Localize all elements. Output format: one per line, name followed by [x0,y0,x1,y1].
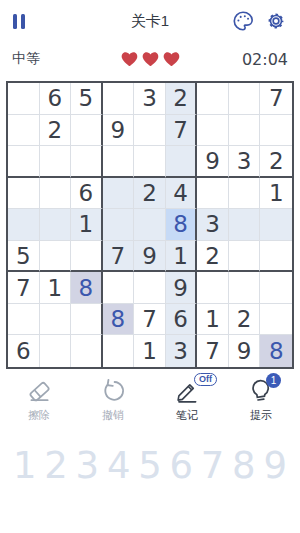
cell-r6c4[interactable]: 7 [103,241,135,273]
cell-r4c3[interactable]: 6 [71,178,103,210]
cell-r3c9[interactable]: 2 [260,146,292,178]
cell-r1c7[interactable] [197,83,229,115]
cell-r7c5[interactable] [134,272,166,304]
cell-r7c1[interactable]: 7 [8,272,40,304]
cell-r6c8[interactable] [229,241,261,273]
cell-r4c2[interactable] [40,178,72,210]
cell-r5c6[interactable]: 8 [166,209,198,241]
cell-r5c9[interactable] [260,209,292,241]
cell-r7c2[interactable]: 1 [40,272,72,304]
cell-r1c4[interactable] [103,83,135,115]
numpad-8[interactable]: 8 [232,447,256,484]
heart-icon [142,51,159,67]
eraser-icon [26,378,52,404]
cell-r2c7[interactable] [197,115,229,147]
cell-r9c9[interactable]: 8 [260,335,292,367]
undo-icon [100,378,126,404]
cell-r1c5[interactable]: 3 [134,83,166,115]
cell-r4c6[interactable]: 4 [166,178,198,210]
erase-label: 擦除 [28,408,50,423]
cell-r4c8[interactable] [229,178,261,210]
cell-r2c2[interactable]: 2 [40,115,72,147]
pause-button[interactable] [13,14,25,29]
notes-label: 笔记 [176,408,198,423]
undo-button[interactable]: 撤销 [100,378,126,423]
cell-r5c1[interactable] [8,209,40,241]
numpad-6[interactable]: 6 [169,447,193,484]
cell-r4c7[interactable] [197,178,229,210]
cell-r5c8[interactable] [229,209,261,241]
cell-r1c1[interactable] [8,83,40,115]
cell-r1c6[interactable]: 2 [166,83,198,115]
sudoku-board: 65327297932624118357912718987612613798 [6,81,294,369]
cell-r4c5[interactable]: 2 [134,178,166,210]
cell-r4c9[interactable]: 1 [260,178,292,210]
cell-r9c5[interactable]: 1 [134,335,166,367]
numpad-4[interactable]: 4 [107,447,131,484]
undo-label: 撤销 [102,408,124,423]
cell-r8c3[interactable] [71,304,103,336]
cell-r9c4[interactable] [103,335,135,367]
toolbar: 擦除 撤销 Off 笔记 1 提示 [0,378,300,423]
notes-button[interactable]: Off 笔记 [174,378,200,423]
cell-r7c8[interactable] [229,272,261,304]
cell-r1c8[interactable] [229,83,261,115]
settings-gear-icon[interactable] [265,10,287,32]
cell-r9c1[interactable]: 6 [8,335,40,367]
notes-off-badge: Off [194,373,217,386]
cell-r3c2[interactable] [40,146,72,178]
cell-r3c5[interactable] [134,146,166,178]
cell-r8c1[interactable] [8,304,40,336]
cell-r2c6[interactable]: 7 [166,115,198,147]
cell-r9c3[interactable] [71,335,103,367]
top-bar: 关卡1 [0,0,300,42]
cell-r3c6[interactable] [166,146,198,178]
heart-icon [163,51,180,67]
cell-r7c3[interactable]: 8 [71,272,103,304]
cell-r3c7[interactable]: 9 [197,146,229,178]
cell-r8c7[interactable]: 1 [197,304,229,336]
cell-r8c8[interactable]: 2 [229,304,261,336]
cell-r3c1[interactable] [8,146,40,178]
cell-r7c7[interactable] [197,272,229,304]
cell-r9c6[interactable]: 3 [166,335,198,367]
timer: 02:04 [242,50,288,69]
hint-label: 提示 [250,408,272,423]
cell-r2c8[interactable] [229,115,261,147]
hint-button[interactable]: 1 提示 [248,378,274,423]
cell-r5c7[interactable]: 3 [197,209,229,241]
cell-r7c4[interactable] [103,272,135,304]
cell-r6c3[interactable] [71,241,103,273]
cell-r7c6[interactable]: 9 [166,272,198,304]
pencil-icon: Off [174,378,200,404]
cell-r6c6[interactable]: 1 [166,241,198,273]
cell-r4c1[interactable] [8,178,40,210]
cell-r9c8[interactable]: 9 [229,335,261,367]
lightbulb-icon: 1 [248,378,274,404]
cell-r4c4[interactable] [103,178,135,210]
cell-r2c5[interactable] [134,115,166,147]
cell-r2c1[interactable] [8,115,40,147]
numpad-1[interactable]: 1 [13,447,37,484]
cell-r8c9[interactable] [260,304,292,336]
cell-r5c4[interactable] [103,209,135,241]
number-pad: 123456789 [0,447,300,484]
cell-r6c7[interactable]: 2 [197,241,229,273]
cell-r5c3[interactable]: 1 [71,209,103,241]
numpad-5[interactable]: 5 [138,447,162,484]
cell-r2c9[interactable] [260,115,292,147]
numpad-2[interactable]: 2 [44,447,68,484]
cell-r2c4[interactable]: 9 [103,115,135,147]
cell-r9c2[interactable] [40,335,72,367]
hint-count-badge: 1 [266,373,281,388]
cell-r3c8[interactable]: 3 [229,146,261,178]
erase-button[interactable]: 擦除 [26,378,52,423]
numpad-7[interactable]: 7 [201,447,225,484]
cell-r3c4[interactable] [103,146,135,178]
cell-r6c1[interactable]: 5 [8,241,40,273]
numpad-3[interactable]: 3 [76,447,100,484]
cell-r8c5[interactable]: 7 [134,304,166,336]
cell-r6c2[interactable] [40,241,72,273]
cell-r5c2[interactable] [40,209,72,241]
cell-r7c9[interactable] [260,272,292,304]
cell-r2c3[interactable] [71,115,103,147]
heart-icon [121,51,138,67]
palette-icon[interactable] [232,10,254,32]
cell-r5c5[interactable] [134,209,166,241]
cell-r9c7[interactable]: 7 [197,335,229,367]
cell-r6c9[interactable] [260,241,292,273]
cell-r8c4[interactable]: 8 [103,304,135,336]
cell-r6c5[interactable]: 9 [134,241,166,273]
cell-r3c3[interactable] [71,146,103,178]
difficulty-label: 中等 [12,50,40,68]
cell-r8c6[interactable]: 6 [166,304,198,336]
cell-r1c3[interactable]: 5 [71,83,103,115]
status-bar: 中等 02:04 [0,42,300,76]
numpad-9[interactable]: 9 [263,447,287,484]
cell-r8c2[interactable] [40,304,72,336]
cell-r1c2[interactable]: 6 [40,83,72,115]
cell-r1c9[interactable]: 7 [260,83,292,115]
